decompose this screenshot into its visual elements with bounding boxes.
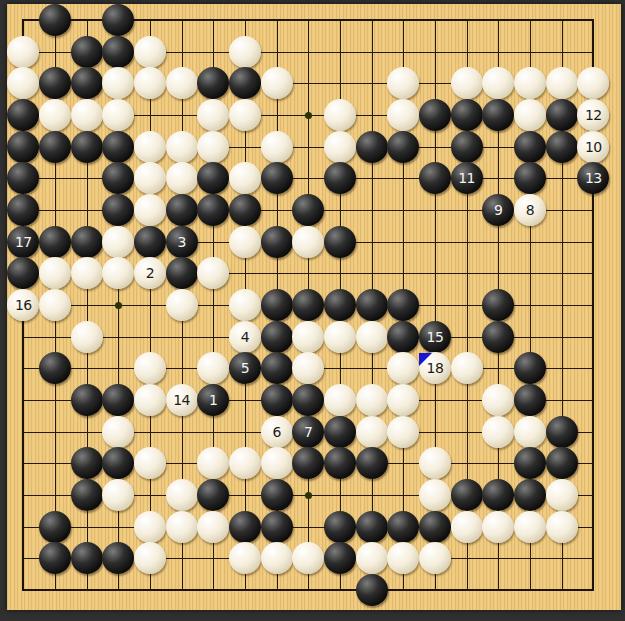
stone-white[interactable] bbox=[166, 67, 198, 99]
stone-black[interactable] bbox=[514, 479, 546, 511]
current-move-triangle-marker bbox=[419, 353, 432, 366]
stone-white[interactable] bbox=[166, 289, 198, 321]
stone-black[interactable] bbox=[546, 447, 578, 479]
move-number-label: 16 bbox=[15, 298, 32, 312]
stone-white[interactable] bbox=[7, 36, 39, 68]
stone-black[interactable] bbox=[387, 511, 419, 543]
stone-white[interactable] bbox=[546, 479, 578, 511]
star-point bbox=[305, 112, 312, 119]
stone-black[interactable] bbox=[451, 479, 483, 511]
stone-black[interactable] bbox=[7, 131, 39, 163]
move-number-label: 12 bbox=[585, 108, 602, 122]
stone-white[interactable]: 10 bbox=[577, 131, 609, 163]
stone-black[interactable] bbox=[514, 131, 546, 163]
stone-black[interactable] bbox=[71, 447, 103, 479]
move-number-label: 5 bbox=[241, 361, 249, 375]
stone-white[interactable] bbox=[197, 511, 229, 543]
stone-black[interactable] bbox=[356, 289, 388, 321]
stone-black[interactable]: 11 bbox=[451, 162, 483, 194]
stone-black[interactable] bbox=[102, 131, 134, 163]
stone-white[interactable] bbox=[102, 416, 134, 448]
stone-white[interactable] bbox=[39, 289, 71, 321]
stone-black[interactable] bbox=[71, 479, 103, 511]
stone-black[interactable] bbox=[356, 511, 388, 543]
move-number-label: 17 bbox=[15, 235, 32, 249]
stone-black[interactable] bbox=[356, 574, 388, 606]
stone-black[interactable] bbox=[387, 131, 419, 163]
stone-white[interactable] bbox=[261, 131, 293, 163]
move-number-label: 10 bbox=[585, 140, 602, 154]
stone-white[interactable] bbox=[451, 67, 483, 99]
stone-white[interactable] bbox=[451, 352, 483, 384]
move-number-label: 8 bbox=[526, 203, 534, 217]
move-number-label: 13 bbox=[585, 171, 602, 185]
stone-black[interactable] bbox=[134, 226, 166, 258]
stone-black[interactable] bbox=[356, 447, 388, 479]
stone-white[interactable] bbox=[451, 511, 483, 543]
stone-white[interactable] bbox=[166, 131, 198, 163]
stone-white[interactable] bbox=[324, 131, 356, 163]
stone-white[interactable] bbox=[166, 479, 198, 511]
stone-black[interactable] bbox=[39, 226, 71, 258]
stone-white[interactable]: 12 bbox=[577, 99, 609, 131]
stone-white[interactable] bbox=[387, 416, 419, 448]
stone-black[interactable] bbox=[482, 321, 514, 353]
stone-black[interactable] bbox=[419, 511, 451, 543]
stone-white[interactable] bbox=[292, 226, 324, 258]
stone-black[interactable] bbox=[451, 131, 483, 163]
stone-white[interactable] bbox=[546, 67, 578, 99]
stone-black[interactable] bbox=[546, 131, 578, 163]
stone-black[interactable] bbox=[229, 194, 261, 226]
go-app-window: 121011139817321641551814167 bbox=[0, 0, 625, 621]
stone-black[interactable]: 7 bbox=[292, 416, 324, 448]
stone-black[interactable] bbox=[546, 99, 578, 131]
stone-white[interactable] bbox=[514, 511, 546, 543]
stone-white[interactable] bbox=[134, 511, 166, 543]
stone-black[interactable] bbox=[261, 162, 293, 194]
stone-black[interactable] bbox=[546, 416, 578, 448]
stone-black[interactable] bbox=[71, 131, 103, 163]
stone-white[interactable] bbox=[71, 99, 103, 131]
stone-black[interactable] bbox=[451, 99, 483, 131]
star-point bbox=[305, 492, 312, 499]
stone-white[interactable] bbox=[229, 289, 261, 321]
go-board[interactable]: 121011139817321641551814167 bbox=[7, 4, 621, 610]
stone-black[interactable] bbox=[166, 257, 198, 289]
stone-black[interactable]: 13 bbox=[577, 162, 609, 194]
move-number-label: 3 bbox=[177, 235, 185, 249]
move-number-label: 4 bbox=[241, 330, 249, 344]
move-number-label: 2 bbox=[146, 266, 154, 280]
stone-white[interactable] bbox=[71, 257, 103, 289]
stone-white[interactable] bbox=[419, 479, 451, 511]
stone-white[interactable] bbox=[134, 36, 166, 68]
stone-white[interactable] bbox=[134, 194, 166, 226]
stone-white[interactable] bbox=[197, 131, 229, 163]
stone-white[interactable] bbox=[324, 99, 356, 131]
stone-white[interactable] bbox=[39, 99, 71, 131]
stone-black[interactable] bbox=[324, 416, 356, 448]
move-number-label: 7 bbox=[304, 425, 312, 439]
move-number-label: 11 bbox=[458, 171, 475, 185]
stone-black[interactable] bbox=[324, 511, 356, 543]
stone-black[interactable] bbox=[166, 194, 198, 226]
move-number-label: 14 bbox=[173, 393, 190, 407]
stone-black[interactable] bbox=[71, 384, 103, 416]
stone-white[interactable]: 14 bbox=[166, 384, 198, 416]
stone-white[interactable] bbox=[577, 67, 609, 99]
move-number-label: 1 bbox=[209, 393, 217, 407]
stone-black[interactable] bbox=[261, 479, 293, 511]
stone-white[interactable] bbox=[482, 511, 514, 543]
stone-white[interactable] bbox=[102, 226, 134, 258]
move-number-label: 6 bbox=[272, 425, 280, 439]
stone-black[interactable] bbox=[261, 226, 293, 258]
stone-black[interactable] bbox=[261, 352, 293, 384]
stone-black[interactable] bbox=[261, 321, 293, 353]
star-point bbox=[115, 302, 122, 309]
stone-white[interactable] bbox=[134, 384, 166, 416]
stone-white[interactable] bbox=[356, 384, 388, 416]
stone-white[interactable]: 6 bbox=[261, 416, 293, 448]
stone-black[interactable] bbox=[261, 384, 293, 416]
stone-white[interactable] bbox=[134, 131, 166, 163]
stone-black[interactable] bbox=[356, 131, 388, 163]
stone-white[interactable] bbox=[229, 36, 261, 68]
stone-black[interactable] bbox=[324, 289, 356, 321]
stone-black[interactable] bbox=[71, 67, 103, 99]
move-number-label: 9 bbox=[494, 203, 502, 217]
stone-white[interactable] bbox=[261, 447, 293, 479]
stone-black[interactable] bbox=[387, 321, 419, 353]
stone-black[interactable] bbox=[229, 511, 261, 543]
stone-white[interactable] bbox=[514, 99, 546, 131]
stone-black[interactable] bbox=[71, 226, 103, 258]
stone-white[interactable] bbox=[324, 321, 356, 353]
stone-black[interactable]: 17 bbox=[7, 226, 39, 258]
stone-black[interactable] bbox=[324, 226, 356, 258]
stone-black[interactable] bbox=[71, 542, 103, 574]
stone-white[interactable] bbox=[261, 542, 293, 574]
stone-black[interactable] bbox=[514, 384, 546, 416]
stone-white[interactable] bbox=[356, 542, 388, 574]
stone-black[interactable]: 15 bbox=[419, 321, 451, 353]
stone-black[interactable] bbox=[71, 36, 103, 68]
stone-white[interactable] bbox=[261, 67, 293, 99]
stone-white[interactable]: 8 bbox=[514, 194, 546, 226]
stone-white[interactable] bbox=[229, 99, 261, 131]
stone-black[interactable] bbox=[39, 511, 71, 543]
stone-black[interactable] bbox=[419, 99, 451, 131]
stone-white[interactable] bbox=[356, 321, 388, 353]
stone-white[interactable] bbox=[166, 162, 198, 194]
stone-white[interactable] bbox=[166, 511, 198, 543]
stone-white[interactable] bbox=[71, 321, 103, 353]
move-number-label: 15 bbox=[427, 330, 444, 344]
stone-black[interactable] bbox=[102, 36, 134, 68]
stone-white[interactable] bbox=[324, 384, 356, 416]
stone-white[interactable] bbox=[546, 511, 578, 543]
stone-white[interactable] bbox=[356, 416, 388, 448]
stone-white[interactable] bbox=[482, 416, 514, 448]
stone-white[interactable]: 4 bbox=[229, 321, 261, 353]
stone-black[interactable] bbox=[261, 289, 293, 321]
stone-white[interactable] bbox=[292, 321, 324, 353]
stone-white[interactable] bbox=[229, 226, 261, 258]
stone-black[interactable] bbox=[39, 131, 71, 163]
stone-black[interactable] bbox=[39, 4, 71, 36]
stone-black[interactable] bbox=[261, 511, 293, 543]
stone-black[interactable]: 3 bbox=[166, 226, 198, 258]
stone-white[interactable] bbox=[514, 416, 546, 448]
